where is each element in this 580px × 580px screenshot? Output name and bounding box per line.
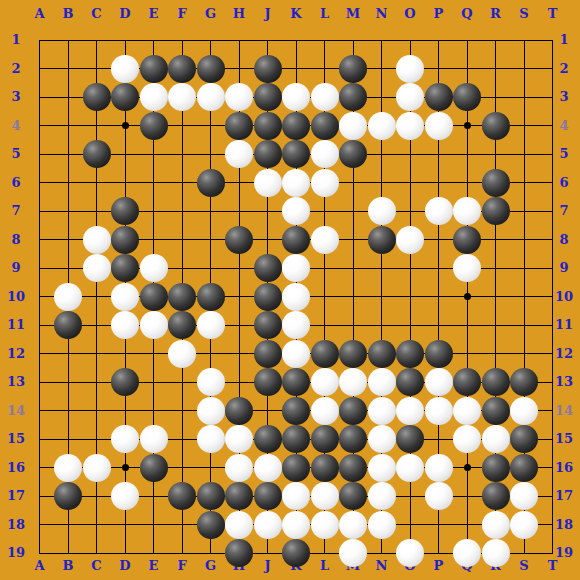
column-label-top: L	[315, 6, 335, 22]
stone-white-J18	[254, 511, 282, 539]
column-label-bottom: G	[201, 558, 221, 574]
stone-white-H18	[225, 511, 253, 539]
hoshi-dot	[464, 464, 471, 471]
stone-black-M15	[339, 425, 367, 453]
stone-white-Q14	[453, 397, 481, 425]
stone-black-K16	[282, 454, 310, 482]
stone-white-N15	[368, 425, 396, 453]
stone-white-N7	[368, 197, 396, 225]
stone-white-O16	[396, 454, 424, 482]
stone-black-M17	[339, 482, 367, 510]
row-label-right: 18	[553, 517, 575, 533]
stone-black-E2	[140, 55, 168, 83]
stone-black-S15	[510, 425, 538, 453]
column-label-top: O	[400, 6, 420, 22]
stone-black-G6	[197, 169, 225, 197]
stone-black-E10	[140, 283, 168, 311]
stone-white-Q15	[453, 425, 481, 453]
stone-white-K3	[282, 83, 310, 111]
stone-black-K4	[282, 112, 310, 140]
stone-black-O13	[396, 368, 424, 396]
stone-white-N13	[368, 368, 396, 396]
column-label-bottom: J	[258, 558, 278, 574]
stone-black-C5	[83, 140, 111, 168]
stone-black-R7	[482, 197, 510, 225]
row-label-right: 11	[553, 317, 575, 333]
row-label-right: 9	[553, 260, 575, 276]
stone-white-Q19	[453, 539, 481, 567]
stone-black-P3	[425, 83, 453, 111]
stone-black-J2	[254, 55, 282, 83]
stone-black-B11	[54, 311, 82, 339]
row-label-left: 11	[5, 317, 27, 333]
stone-white-G3	[197, 83, 225, 111]
row-label-right: 10	[553, 289, 575, 305]
stone-white-G13	[197, 368, 225, 396]
stone-black-O15	[396, 425, 424, 453]
stone-white-N17	[368, 482, 396, 510]
row-label-left: 8	[5, 232, 27, 248]
column-label-bottom: L	[315, 558, 335, 574]
stone-white-L14	[311, 397, 339, 425]
stone-white-K18	[282, 511, 310, 539]
stone-white-L17	[311, 482, 339, 510]
stone-black-G10	[197, 283, 225, 311]
row-label-right: 2	[553, 61, 575, 77]
stone-black-D13	[111, 368, 139, 396]
stone-black-J12	[254, 340, 282, 368]
stone-black-J17	[254, 482, 282, 510]
stone-white-F3	[168, 83, 196, 111]
stone-white-D17	[111, 482, 139, 510]
stone-black-J11	[254, 311, 282, 339]
row-label-right: 4	[553, 118, 575, 134]
stone-white-M18	[339, 511, 367, 539]
column-label-top: P	[429, 6, 449, 22]
stone-white-P4	[425, 112, 453, 140]
stone-white-N16	[368, 454, 396, 482]
stone-white-P14	[425, 397, 453, 425]
stone-black-M5	[339, 140, 367, 168]
stone-black-E16	[140, 454, 168, 482]
row-label-right: 12	[553, 346, 575, 362]
stone-white-J16	[254, 454, 282, 482]
stone-white-K6	[282, 169, 310, 197]
row-label-left: 18	[5, 517, 27, 533]
stone-white-N18	[368, 511, 396, 539]
stone-black-C3	[83, 83, 111, 111]
stone-black-Q8	[453, 226, 481, 254]
stone-black-J15	[254, 425, 282, 453]
row-label-left: 10	[5, 289, 27, 305]
stone-black-H14	[225, 397, 253, 425]
stone-black-H19	[225, 539, 253, 567]
stone-white-M19	[339, 539, 367, 567]
stone-white-E15	[140, 425, 168, 453]
stone-white-R19	[482, 539, 510, 567]
stone-white-O14	[396, 397, 424, 425]
row-label-right: 8	[553, 232, 575, 248]
row-label-right: 13	[553, 374, 575, 390]
column-label-top: D	[115, 6, 135, 22]
row-label-left: 13	[5, 374, 27, 390]
stone-black-M16	[339, 454, 367, 482]
stone-white-O19	[396, 539, 424, 567]
row-label-right: 3	[553, 89, 575, 105]
column-label-top: J	[258, 6, 278, 22]
row-label-left: 19	[5, 545, 27, 561]
stone-white-P17	[425, 482, 453, 510]
hoshi-dot	[122, 122, 129, 129]
stone-white-G15	[197, 425, 225, 453]
column-label-bottom: B	[58, 558, 78, 574]
stone-white-P16	[425, 454, 453, 482]
row-label-left: 6	[5, 175, 27, 191]
stone-black-H4	[225, 112, 253, 140]
stone-white-S17	[510, 482, 538, 510]
stone-black-F2	[168, 55, 196, 83]
column-label-top: E	[144, 6, 164, 22]
column-label-bottom: P	[429, 558, 449, 574]
stone-white-O8	[396, 226, 424, 254]
stone-black-L15	[311, 425, 339, 453]
go-board[interactable]: AA11BB22CC33DD44EE55FF66GG77HH88JJ99KK10…	[0, 0, 580, 580]
stone-white-H5	[225, 140, 253, 168]
stone-black-L4	[311, 112, 339, 140]
stone-white-J6	[254, 169, 282, 197]
stone-white-K10	[282, 283, 310, 311]
stone-black-J5	[254, 140, 282, 168]
stone-white-L6	[311, 169, 339, 197]
row-label-left: 4	[5, 118, 27, 134]
stone-white-L5	[311, 140, 339, 168]
stone-white-L8	[311, 226, 339, 254]
stone-black-K15	[282, 425, 310, 453]
stone-white-L18	[311, 511, 339, 539]
stone-black-S16	[510, 454, 538, 482]
column-label-top: C	[87, 6, 107, 22]
row-label-left: 3	[5, 89, 27, 105]
column-label-top: B	[58, 6, 78, 22]
column-label-bottom: E	[144, 558, 164, 574]
stone-black-R4	[482, 112, 510, 140]
stone-white-P7	[425, 197, 453, 225]
stone-black-Q3	[453, 83, 481, 111]
stone-black-M3	[339, 83, 367, 111]
stone-white-H15	[225, 425, 253, 453]
stone-black-J9	[254, 254, 282, 282]
stone-white-O2	[396, 55, 424, 83]
stone-white-S14	[510, 397, 538, 425]
stone-black-R13	[482, 368, 510, 396]
stone-black-K14	[282, 397, 310, 425]
row-label-right: 1	[553, 32, 575, 48]
column-label-bottom: A	[30, 558, 50, 574]
stone-black-F10	[168, 283, 196, 311]
stone-black-L16	[311, 454, 339, 482]
stone-white-K9	[282, 254, 310, 282]
row-label-left: 14	[5, 403, 27, 419]
stone-white-M13	[339, 368, 367, 396]
stone-black-H17	[225, 482, 253, 510]
stone-black-N8	[368, 226, 396, 254]
row-label-right: 16	[553, 460, 575, 476]
stone-black-M2	[339, 55, 367, 83]
column-label-bottom: S	[514, 558, 534, 574]
stone-black-F17	[168, 482, 196, 510]
stone-white-L13	[311, 368, 339, 396]
stone-black-R16	[482, 454, 510, 482]
stone-white-P13	[425, 368, 453, 396]
column-label-top: F	[172, 6, 192, 22]
stone-black-J10	[254, 283, 282, 311]
stone-white-K11	[282, 311, 310, 339]
column-label-bottom: C	[87, 558, 107, 574]
stone-white-O4	[396, 112, 424, 140]
stone-black-E4	[140, 112, 168, 140]
column-label-bottom: N	[372, 558, 392, 574]
stone-black-Q13	[453, 368, 481, 396]
column-label-top: Q	[457, 6, 477, 22]
stone-black-K19	[282, 539, 310, 567]
column-label-top: M	[343, 6, 363, 22]
stone-white-N4	[368, 112, 396, 140]
column-label-top: T	[543, 6, 563, 22]
stone-black-N12	[368, 340, 396, 368]
stone-white-F12	[168, 340, 196, 368]
row-label-right: 6	[553, 175, 575, 191]
stone-black-O12	[396, 340, 424, 368]
hoshi-dot	[122, 464, 129, 471]
row-label-left: 2	[5, 61, 27, 77]
stone-black-F11	[168, 311, 196, 339]
column-label-top: N	[372, 6, 392, 22]
stone-white-O3	[396, 83, 424, 111]
stone-black-K5	[282, 140, 310, 168]
stone-white-R15	[482, 425, 510, 453]
stone-white-B10	[54, 283, 82, 311]
column-label-top: G	[201, 6, 221, 22]
column-label-top: A	[30, 6, 50, 22]
stone-white-D2	[111, 55, 139, 83]
column-label-top: R	[486, 6, 506, 22]
stone-black-S13	[510, 368, 538, 396]
hoshi-dot	[464, 122, 471, 129]
row-label-left: 7	[5, 203, 27, 219]
row-label-right: 19	[553, 545, 575, 561]
column-label-top: K	[286, 6, 306, 22]
stone-white-E3	[140, 83, 168, 111]
stone-white-Q7	[453, 197, 481, 225]
stone-black-D3	[111, 83, 139, 111]
stone-white-D11	[111, 311, 139, 339]
column-label-top: S	[514, 6, 534, 22]
stone-black-R14	[482, 397, 510, 425]
stone-white-R18	[482, 511, 510, 539]
stone-white-G11	[197, 311, 225, 339]
row-label-right: 15	[553, 431, 575, 447]
stone-black-D7	[111, 197, 139, 225]
hoshi-dot	[464, 293, 471, 300]
row-label-left: 12	[5, 346, 27, 362]
stone-black-J3	[254, 83, 282, 111]
stone-black-L12	[311, 340, 339, 368]
stone-black-G17	[197, 482, 225, 510]
stone-white-B16	[54, 454, 82, 482]
stone-white-M4	[339, 112, 367, 140]
stone-white-E9	[140, 254, 168, 282]
row-label-right: 14	[553, 403, 575, 419]
stone-white-L3	[311, 83, 339, 111]
stone-black-G2	[197, 55, 225, 83]
stone-black-M14	[339, 397, 367, 425]
row-label-left: 9	[5, 260, 27, 276]
stone-black-D8	[111, 226, 139, 254]
stone-black-H8	[225, 226, 253, 254]
stone-white-K17	[282, 482, 310, 510]
stone-white-E11	[140, 311, 168, 339]
stone-white-S18	[510, 511, 538, 539]
row-label-left: 5	[5, 146, 27, 162]
row-label-right: 17	[553, 488, 575, 504]
stone-black-J4	[254, 112, 282, 140]
row-label-right: 7	[553, 203, 575, 219]
stone-white-N14	[368, 397, 396, 425]
column-label-bottom: F	[172, 558, 192, 574]
column-label-bottom: D	[115, 558, 135, 574]
row-label-left: 15	[5, 431, 27, 447]
stone-white-C16	[83, 454, 111, 482]
stone-black-R17	[482, 482, 510, 510]
stone-white-G14	[197, 397, 225, 425]
row-label-right: 5	[553, 146, 575, 162]
stone-white-H16	[225, 454, 253, 482]
stone-black-J13	[254, 368, 282, 396]
stone-black-G18	[197, 511, 225, 539]
stone-white-K7	[282, 197, 310, 225]
row-label-left: 16	[5, 460, 27, 476]
stone-white-C9	[83, 254, 111, 282]
row-label-left: 17	[5, 488, 27, 504]
stone-white-K12	[282, 340, 310, 368]
stone-black-K13	[282, 368, 310, 396]
row-label-left: 1	[5, 32, 27, 48]
stone-black-B17	[54, 482, 82, 510]
stone-white-C8	[83, 226, 111, 254]
stone-black-D9	[111, 254, 139, 282]
stone-white-D15	[111, 425, 139, 453]
stone-black-R6	[482, 169, 510, 197]
stone-black-P12	[425, 340, 453, 368]
column-label-top: H	[229, 6, 249, 22]
stone-black-K8	[282, 226, 310, 254]
stone-white-D10	[111, 283, 139, 311]
stone-black-M12	[339, 340, 367, 368]
stone-white-Q9	[453, 254, 481, 282]
stone-white-H3	[225, 83, 253, 111]
